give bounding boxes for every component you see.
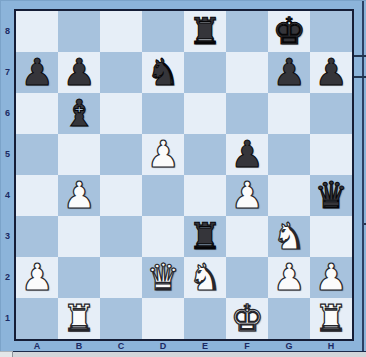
piece-black-rook-e3[interactable]: ♜ xyxy=(188,216,221,257)
square-f8[interactable] xyxy=(226,11,268,52)
square-h2[interactable]: ♟ xyxy=(310,257,352,298)
square-c4[interactable] xyxy=(100,175,142,216)
square-f4[interactable]: ♟ xyxy=(226,175,268,216)
square-d8[interactable] xyxy=(142,11,184,52)
rank-label-2: 2 xyxy=(1,257,14,298)
square-h1[interactable]: ♜ xyxy=(310,298,352,339)
square-e8[interactable]: ♜ xyxy=(184,11,226,52)
square-c6[interactable] xyxy=(100,93,142,134)
piece-white-knight-e2[interactable]: ♞ xyxy=(188,257,221,298)
square-a1[interactable] xyxy=(16,298,58,339)
piece-black-rook-e8[interactable]: ♜ xyxy=(188,11,221,52)
piece-white-pawn-g2[interactable]: ♟ xyxy=(272,257,305,298)
piece-white-king-f1[interactable]: ♚ xyxy=(230,298,263,339)
square-e6[interactable] xyxy=(184,93,226,134)
window-bottom-strip xyxy=(0,352,366,357)
square-c8[interactable] xyxy=(100,11,142,52)
square-c1[interactable] xyxy=(100,298,142,339)
piece-white-rook-h1[interactable]: ♜ xyxy=(314,298,347,339)
square-h4[interactable]: ♛ xyxy=(310,175,352,216)
square-d7[interactable]: ♞ xyxy=(142,52,184,93)
square-h5[interactable] xyxy=(310,134,352,175)
frame-tick xyxy=(354,55,366,57)
square-e4[interactable] xyxy=(184,175,226,216)
square-a4[interactable] xyxy=(16,175,58,216)
square-b7[interactable]: ♟ xyxy=(58,52,100,93)
square-b5[interactable] xyxy=(58,134,100,175)
square-c5[interactable] xyxy=(100,134,142,175)
square-g8[interactable]: ♚ xyxy=(268,11,310,52)
square-e3[interactable]: ♜ xyxy=(184,216,226,257)
piece-white-knight-g3[interactable]: ♞ xyxy=(272,216,305,257)
piece-black-pawn-a7[interactable]: ♟ xyxy=(20,52,53,93)
piece-black-queen-h4[interactable]: ♛ xyxy=(314,175,347,216)
square-e2[interactable]: ♞ xyxy=(184,257,226,298)
piece-black-pawn-g7[interactable]: ♟ xyxy=(272,52,305,93)
square-d2[interactable]: ♛ xyxy=(142,257,184,298)
square-c3[interactable] xyxy=(100,216,142,257)
square-e1[interactable] xyxy=(184,298,226,339)
frame-divider-line xyxy=(362,1,364,353)
square-b4[interactable]: ♟ xyxy=(58,175,100,216)
square-e7[interactable] xyxy=(184,52,226,93)
piece-black-pawn-f5[interactable]: ♟ xyxy=(230,134,263,175)
square-h6[interactable] xyxy=(310,93,352,134)
chess-board: ♜♚♟♟♞♟♟♝♟♟♟♟♛♜♞♟♛♞♟♟♜♚♜ xyxy=(16,11,352,339)
rank-label-6: 6 xyxy=(1,93,14,134)
square-g3[interactable]: ♞ xyxy=(268,216,310,257)
square-a5[interactable] xyxy=(16,134,58,175)
square-c7[interactable] xyxy=(100,52,142,93)
square-d1[interactable] xyxy=(142,298,184,339)
square-c2[interactable] xyxy=(100,257,142,298)
square-a7[interactable]: ♟ xyxy=(16,52,58,93)
square-g5[interactable] xyxy=(268,134,310,175)
chess-board-panel: 87654321 ♜♚♟♟♞♟♟♝♟♟♟♟♛♜♞♟♛♞♟♟♜♚♜ ABCDEFG… xyxy=(0,0,366,352)
board-outline: ♜♚♟♟♞♟♟♝♟♟♟♟♛♜♞♟♛♞♟♟♜♚♜ xyxy=(14,9,354,341)
piece-black-pawn-b7[interactable]: ♟ xyxy=(62,52,95,93)
square-h8[interactable] xyxy=(310,11,352,52)
square-a2[interactable]: ♟ xyxy=(16,257,58,298)
square-d4[interactable] xyxy=(142,175,184,216)
square-b1[interactable]: ♜ xyxy=(58,298,100,339)
square-f6[interactable] xyxy=(226,93,268,134)
square-a6[interactable] xyxy=(16,93,58,134)
square-d5[interactable]: ♟ xyxy=(142,134,184,175)
square-g2[interactable]: ♟ xyxy=(268,257,310,298)
square-d6[interactable] xyxy=(142,93,184,134)
rank-label-5: 5 xyxy=(1,134,14,175)
square-a3[interactable] xyxy=(16,216,58,257)
piece-black-knight-d7[interactable]: ♞ xyxy=(146,52,179,93)
square-f5[interactable]: ♟ xyxy=(226,134,268,175)
piece-white-rook-b1[interactable]: ♜ xyxy=(62,298,95,339)
square-e5[interactable] xyxy=(184,134,226,175)
square-f2[interactable] xyxy=(226,257,268,298)
rank-label-4: 4 xyxy=(1,175,14,216)
piece-white-pawn-h2[interactable]: ♟ xyxy=(314,257,347,298)
square-g7[interactable]: ♟ xyxy=(268,52,310,93)
window-corner-grip xyxy=(0,351,13,357)
square-h3[interactable] xyxy=(310,216,352,257)
piece-white-pawn-a2[interactable]: ♟ xyxy=(20,257,53,298)
piece-black-king-g8[interactable]: ♚ xyxy=(272,11,305,52)
square-h7[interactable]: ♟ xyxy=(310,52,352,93)
square-f3[interactable] xyxy=(226,216,268,257)
rank-label-7: 7 xyxy=(1,52,14,93)
square-b2[interactable] xyxy=(58,257,100,298)
piece-white-pawn-f4[interactable]: ♟ xyxy=(230,175,263,216)
square-a8[interactable] xyxy=(16,11,58,52)
square-b6[interactable]: ♝ xyxy=(58,93,100,134)
square-g1[interactable] xyxy=(268,298,310,339)
square-g6[interactable] xyxy=(268,93,310,134)
square-b3[interactable] xyxy=(58,216,100,257)
piece-white-pawn-d5[interactable]: ♟ xyxy=(146,134,179,175)
frame-tick xyxy=(354,76,366,78)
square-f7[interactable] xyxy=(226,52,268,93)
piece-white-queen-d2[interactable]: ♛ xyxy=(146,257,179,298)
rank-label-8: 8 xyxy=(1,11,14,52)
rank-labels: 87654321 xyxy=(1,11,14,339)
rank-label-3: 3 xyxy=(1,216,14,257)
square-d3[interactable] xyxy=(142,216,184,257)
piece-black-bishop-b6[interactable]: ♝ xyxy=(62,93,95,134)
square-f1[interactable]: ♚ xyxy=(226,298,268,339)
square-g4[interactable] xyxy=(268,175,310,216)
square-b8[interactable] xyxy=(58,11,100,52)
rank-label-1: 1 xyxy=(1,298,14,339)
piece-white-pawn-b4[interactable]: ♟ xyxy=(62,175,95,216)
piece-black-pawn-h7[interactable]: ♟ xyxy=(314,52,347,93)
